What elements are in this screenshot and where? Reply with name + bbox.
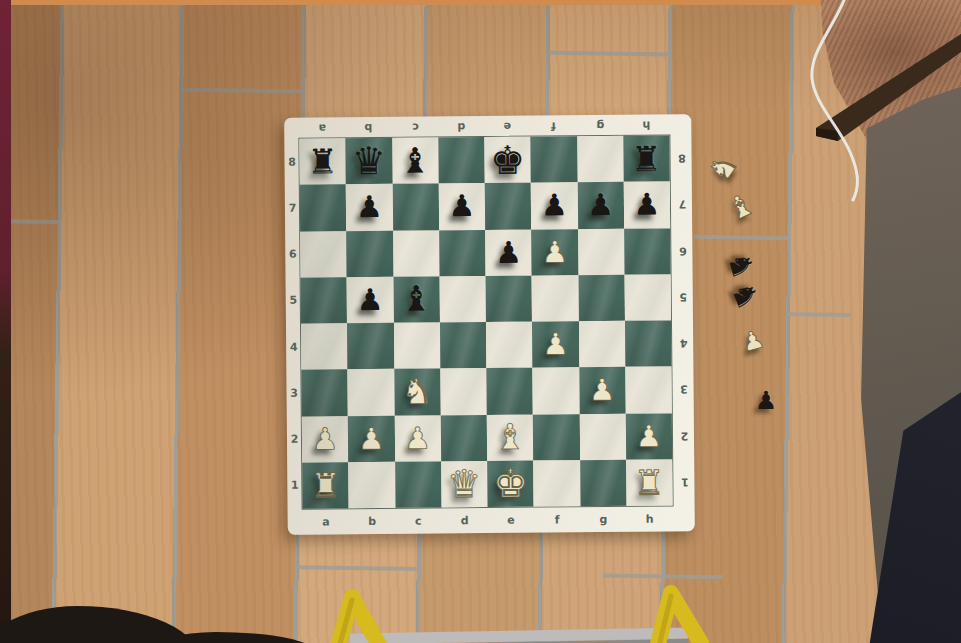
- square-b7[interactable]: ♟: [346, 184, 393, 231]
- square-b6[interactable]: [346, 230, 393, 277]
- file-label-d: d: [441, 509, 487, 531]
- square-d3[interactable]: [440, 368, 487, 415]
- square-g8[interactable]: [577, 136, 624, 183]
- square-f1[interactable]: [533, 460, 580, 507]
- piece-black-rook-h8[interactable]: ♜: [623, 135, 670, 182]
- piece-white-king-e1[interactable]: ♚: [487, 460, 534, 507]
- square-d7[interactable]: ♟: [439, 183, 486, 230]
- file-label-f: f: [530, 117, 576, 135]
- rank-label-1: 1: [677, 459, 692, 505]
- piece-white-pawn-c2[interactable]: ♟: [394, 415, 441, 462]
- top-wall-edge: [0, 0, 961, 5]
- square-d8[interactable]: [438, 137, 485, 184]
- square-c8[interactable]: ♝: [392, 137, 439, 184]
- rank-label-7: 7: [286, 185, 299, 231]
- square-d4[interactable]: [440, 322, 487, 369]
- piece-white-bishop-e2[interactable]: ♝: [487, 414, 534, 461]
- square-f2[interactable]: [533, 414, 580, 461]
- rank-label-8: 8: [285, 139, 298, 185]
- chess-mat: abcdefgh abcdefgh 87654321 87654321 ♜♛♝♚…: [284, 114, 695, 535]
- square-d2[interactable]: [441, 415, 488, 462]
- square-h4[interactable]: [625, 320, 672, 367]
- square-f5[interactable]: [532, 275, 579, 322]
- rank-label-1: 1: [288, 462, 301, 508]
- file-label-b: b: [349, 510, 395, 532]
- file-label-c: c: [392, 118, 438, 136]
- square-f4[interactable]: ♟: [532, 321, 579, 368]
- file-label-g: g: [577, 117, 623, 135]
- square-e5[interactable]: [486, 275, 533, 322]
- piece-white-rook-a1[interactable]: ♜: [302, 462, 349, 509]
- square-a4[interactable]: [301, 323, 348, 370]
- floor-seam: [693, 235, 789, 240]
- rank-label-3: 3: [676, 366, 691, 412]
- square-h7[interactable]: ♟: [624, 182, 671, 229]
- rank-label-7: 7: [675, 181, 690, 227]
- square-b3[interactable]: [348, 369, 395, 416]
- piece-white-knight-c3[interactable]: ♞: [394, 369, 441, 416]
- square-g6[interactable]: [578, 228, 625, 275]
- rank-label-4: 4: [287, 324, 300, 370]
- square-d5[interactable]: [439, 276, 486, 323]
- piece-black-pawn-g7[interactable]: ♟: [577, 182, 624, 229]
- square-b8[interactable]: ♛: [346, 138, 393, 185]
- file-label-h: h: [626, 507, 672, 529]
- square-f8[interactable]: [531, 136, 578, 183]
- piece-black-bishop-c8[interactable]: ♝: [392, 137, 439, 184]
- square-g4[interactable]: [578, 321, 625, 368]
- square-b1[interactable]: [348, 462, 395, 509]
- square-e7[interactable]: [485, 183, 532, 230]
- square-c1[interactable]: [395, 461, 442, 508]
- square-f3[interactable]: [533, 367, 580, 414]
- square-e8[interactable]: ♚: [484, 137, 531, 184]
- file-label-g: g: [580, 508, 626, 530]
- square-e6[interactable]: ♟: [485, 229, 532, 276]
- file-labels-bottom: abcdefgh: [303, 507, 673, 532]
- piece-black-pawn-h7[interactable]: ♟: [624, 182, 671, 229]
- piece-white-pawn-f4[interactable]: ♟: [532, 321, 579, 368]
- piece-white-pawn-h2[interactable]: ♟: [626, 413, 673, 460]
- file-label-h: h: [623, 116, 669, 134]
- rank-label-2: 2: [288, 416, 301, 462]
- square-h3[interactable]: [625, 367, 672, 414]
- file-label-a: a: [299, 119, 345, 137]
- captured-black-pawn-6[interactable]: ♟: [755, 388, 777, 413]
- square-e2[interactable]: ♝: [487, 414, 534, 461]
- rank-label-3: 3: [287, 370, 300, 416]
- square-g7[interactable]: ♟: [577, 182, 624, 229]
- square-b5[interactable]: ♟: [347, 277, 394, 324]
- piece-black-queen-b8[interactable]: ♛: [346, 138, 393, 185]
- rank-labels-right: 87654321: [674, 135, 692, 505]
- rank-label-4: 4: [676, 320, 691, 366]
- rank-label-8: 8: [674, 135, 689, 181]
- square-c3[interactable]: ♞: [394, 369, 441, 416]
- piece-white-rook-h1[interactable]: ♜: [626, 459, 673, 506]
- rank-label-5: 5: [676, 274, 691, 320]
- piece-white-pawn-a2[interactable]: ♟: [302, 416, 349, 463]
- square-e1[interactable]: ♚: [487, 460, 534, 507]
- rank-label-6: 6: [286, 231, 299, 277]
- square-g3[interactable]: ♟: [579, 367, 626, 414]
- file-label-b: b: [345, 119, 391, 137]
- square-a2[interactable]: ♟: [302, 416, 349, 463]
- floor-seam: [181, 88, 303, 94]
- chess-board: ♜♛♝♚♜♟♟♟♟♟♟♟♟♝♟♞♟♟♟♟♝♟♜♛♚♜: [299, 135, 672, 508]
- square-f6[interactable]: ♟: [531, 229, 578, 276]
- piece-white-queen-d1[interactable]: ♛: [441, 461, 488, 508]
- file-label-e: e: [488, 509, 534, 531]
- rank-label-2: 2: [677, 413, 692, 459]
- rank-label-5: 5: [287, 277, 300, 323]
- square-d6[interactable]: [439, 230, 486, 277]
- square-f7[interactable]: ♟: [531, 182, 578, 229]
- floor-seam: [548, 51, 670, 57]
- square-h2[interactable]: ♟: [626, 413, 673, 460]
- square-c5[interactable]: ♝: [393, 276, 440, 323]
- square-c4[interactable]: [393, 322, 440, 369]
- square-a1[interactable]: ♜: [302, 462, 349, 509]
- piece-white-pawn-b2[interactable]: ♟: [348, 415, 395, 462]
- rank-label-6: 6: [675, 228, 690, 274]
- file-label-d: d: [438, 118, 484, 136]
- square-a8[interactable]: ♜: [299, 138, 346, 185]
- square-e3[interactable]: [486, 368, 533, 415]
- piece-black-pawn-d7[interactable]: ♟: [439, 183, 486, 230]
- square-a6[interactable]: [300, 231, 347, 278]
- piece-black-rook-a8[interactable]: ♜: [299, 138, 346, 185]
- floor-seam: [786, 312, 850, 317]
- square-a5[interactable]: [301, 277, 348, 324]
- file-label-c: c: [395, 509, 441, 531]
- square-a7[interactable]: [300, 184, 347, 231]
- floor-seam: [295, 565, 419, 571]
- floor-seam: [603, 574, 723, 580]
- piece-black-king-e8[interactable]: ♚: [484, 137, 531, 184]
- file-label-e: e: [484, 118, 530, 136]
- piece-black-pawn-b7[interactable]: ♟: [346, 184, 393, 231]
- square-c6[interactable]: [393, 230, 440, 277]
- piece-black-bishop-c5[interactable]: ♝: [393, 276, 440, 323]
- square-c2[interactable]: ♟: [394, 415, 441, 462]
- left-wall-edge: [0, 0, 11, 643]
- square-h5[interactable]: [624, 274, 671, 321]
- square-g5[interactable]: [578, 275, 625, 322]
- file-labels-top: abcdefgh: [299, 116, 669, 137]
- piece-white-pawn-f6[interactable]: ♟: [531, 229, 578, 276]
- square-h1[interactable]: ♜: [626, 459, 673, 506]
- square-h8[interactable]: ♜: [623, 135, 670, 182]
- square-c7[interactable]: [392, 184, 439, 231]
- square-g1[interactable]: [580, 460, 627, 507]
- file-label-a: a: [303, 510, 349, 532]
- square-g2[interactable]: [579, 413, 626, 460]
- square-b4[interactable]: [347, 323, 394, 370]
- square-d1[interactable]: ♛: [441, 461, 488, 508]
- square-e4[interactable]: [486, 322, 533, 369]
- piece-white-pawn-g3[interactable]: ♟: [579, 367, 626, 414]
- photo-scene: abcdefgh abcdefgh 87654321 87654321 ♜♛♝♚…: [0, 0, 961, 643]
- piece-black-pawn-f7[interactable]: ♟: [531, 182, 578, 229]
- square-a3[interactable]: [301, 369, 348, 416]
- square-b2[interactable]: ♟: [348, 415, 395, 462]
- piece-black-pawn-b5[interactable]: ♟: [347, 277, 394, 324]
- piece-black-pawn-e6[interactable]: ♟: [485, 229, 532, 276]
- square-h6[interactable]: [624, 228, 671, 275]
- file-label-f: f: [534, 508, 580, 530]
